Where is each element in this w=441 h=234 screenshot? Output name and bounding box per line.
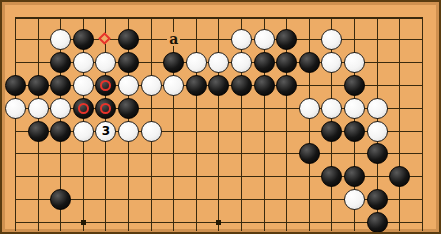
black-stone	[50, 75, 71, 96]
black-stone	[254, 52, 275, 73]
black-stone	[367, 143, 388, 164]
black-stone	[254, 75, 275, 96]
white-stone	[344, 189, 365, 210]
black-stone	[276, 52, 297, 73]
white-stone	[73, 52, 94, 73]
white-stone	[367, 121, 388, 142]
white-stone	[186, 52, 207, 73]
white-stone-move-3: 3	[95, 121, 116, 142]
white-stone	[231, 29, 252, 50]
black-stone	[299, 143, 320, 164]
black-stone	[299, 52, 320, 73]
black-stone	[389, 166, 410, 187]
white-stone	[141, 121, 162, 142]
white-stone	[367, 98, 388, 119]
grid-line-horizontal	[15, 153, 423, 154]
black-stone	[50, 52, 71, 73]
black-stone	[73, 29, 94, 50]
go-board: 3a	[0, 0, 441, 234]
black-stone	[163, 52, 184, 73]
black-stone	[118, 29, 139, 50]
white-stone	[344, 52, 365, 73]
white-stone	[321, 98, 342, 119]
white-stone	[163, 75, 184, 96]
black-stone	[344, 121, 365, 142]
white-stone	[141, 75, 162, 96]
white-stone	[344, 98, 365, 119]
white-stone	[254, 29, 275, 50]
grid-line-horizontal	[15, 17, 423, 19]
black-stone	[28, 75, 49, 96]
black-stone	[231, 75, 252, 96]
white-stone	[50, 29, 71, 50]
white-stone	[73, 75, 94, 96]
white-stone	[208, 52, 229, 73]
white-stone	[50, 98, 71, 119]
black-stone	[321, 166, 342, 187]
white-stone	[95, 52, 116, 73]
point-label-a: a	[167, 32, 180, 46]
black-stone	[28, 121, 49, 142]
black-stone	[50, 189, 71, 210]
black-stone	[50, 121, 71, 142]
black-stone	[276, 29, 297, 50]
white-stone	[321, 52, 342, 73]
white-stone	[5, 98, 26, 119]
black-stone	[321, 121, 342, 142]
white-stone	[73, 121, 94, 142]
red-diamond-marker	[99, 32, 112, 45]
black-stone	[367, 212, 388, 233]
white-stone	[28, 98, 49, 119]
white-stone	[299, 98, 320, 119]
black-stone	[118, 98, 139, 119]
red-circle-marker	[78, 103, 89, 114]
white-stone	[118, 121, 139, 142]
go-diagram-stage: 3a	[0, 0, 441, 234]
white-stone	[321, 29, 342, 50]
black-stone	[367, 189, 388, 210]
white-stone	[231, 52, 252, 73]
black-stone	[276, 75, 297, 96]
white-stone	[118, 75, 139, 96]
black-stone	[118, 52, 139, 73]
star-point	[216, 220, 221, 225]
black-stone	[5, 75, 26, 96]
black-stone	[344, 166, 365, 187]
black-stone	[344, 75, 365, 96]
star-point	[81, 220, 86, 225]
black-stone	[186, 75, 207, 96]
black-stone	[208, 75, 229, 96]
